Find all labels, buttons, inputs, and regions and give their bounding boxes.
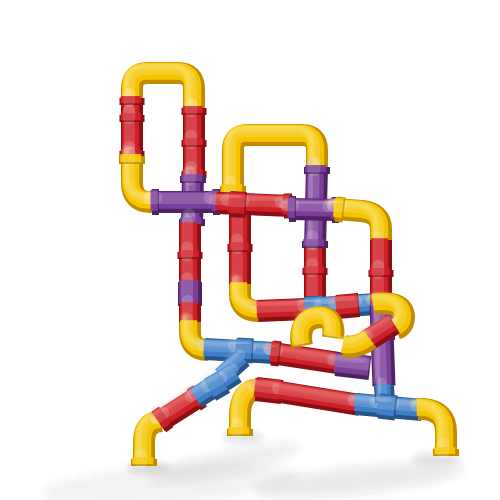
- loop-left-ring2: [126, 108, 132, 123]
- runAB-tee-collar: [224, 196, 246, 205]
- loop-left-elbow-ring: [126, 148, 132, 164]
- centerfoot-flare-ring: [234, 421, 240, 436]
- crossB-tip-top: [311, 159, 317, 174]
- crossB-down-ring: [309, 261, 315, 276]
- backdeck-red-sleeve: [331, 298, 359, 307]
- crossB-tip-left: [283, 201, 296, 209]
- crossB-tip-bottom: [309, 233, 315, 248]
- run-red: [275, 385, 360, 405]
- frontdeck-red-ring: [266, 346, 280, 355]
- toy-pipes-illustration: [40, 16, 500, 500]
- loop-left-ring1: [126, 91, 132, 106]
- arch-yellow: [296, 310, 334, 346]
- belowA-ring: [184, 245, 190, 260]
- frontright-ring: [375, 263, 381, 278]
- loop-right-ring1: [188, 101, 194, 116]
- leftfoot-flare-ring: [138, 451, 144, 466]
- leg-diag-red-ring1: [153, 410, 166, 423]
- rightfoot-flare-ring: [440, 441, 446, 456]
- frontdeck-purple-sleeve: [330, 357, 370, 368]
- ground-shadows: [40, 432, 466, 500]
- frontdeck-tee-collar: [231, 343, 253, 352]
- crossA-tip-top: [187, 168, 193, 183]
- leg-diag-blue-collar: [204, 375, 224, 391]
- back-stem-ring: [234, 237, 240, 253]
- loop-right-ring2: [188, 133, 194, 148]
- run-tee-collar: [373, 399, 396, 409]
- crossA-tip-left: [146, 194, 159, 202]
- crossB-right-sleeve-ring: [330, 202, 344, 211]
- product-photo-toy-pipes: [40, 16, 500, 500]
- pipe-assembly: [126, 66, 446, 466]
